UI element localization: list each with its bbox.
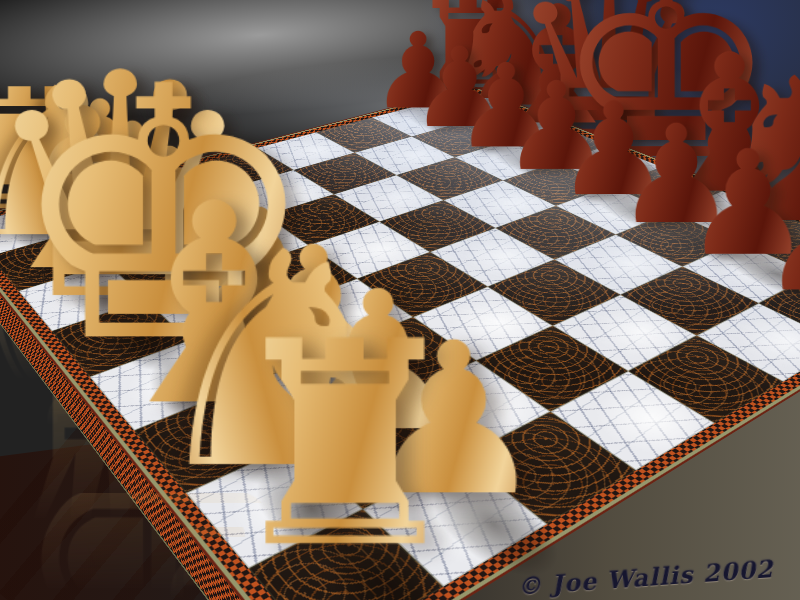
piece-white-rook-h1[interactable]: ♜♜: [248, 508, 444, 600]
black-pawn-glyph: ♟: [759, 159, 800, 314]
white-rook-glyph: ♜: [218, 305, 471, 587]
scene: ♜♜♞♞♝♝♛♛♚♚♝♝♞♞♜♜♟♟♟♟♟♟♟♟♟♟♟♟♟♟♟♟♟♟♟♟♟♟♟♟…: [0, 0, 800, 600]
piece-black-pawn-h7[interactable]: ♟♟: [758, 274, 800, 345]
